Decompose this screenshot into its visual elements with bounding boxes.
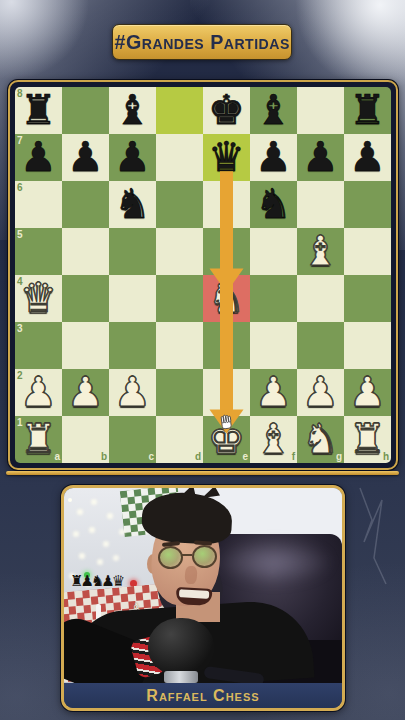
webcam-video: ♜♟♞♟♛ ♙ ♗ — [64, 488, 342, 683]
square-d4[interactable] — [156, 275, 203, 322]
square-e4[interactable]: ♞ — [203, 275, 250, 322]
chess-board[interactable]: 8♜♝♚♝♜7♟♟♟♛♟♟♟6♞♞5♝4♛♞32♟♟♟♟♟♟1a♜bcde♚f♝… — [15, 87, 391, 463]
channel-name: Raffael Chess — [146, 687, 259, 705]
square-a8[interactable]: 8♜ — [15, 87, 62, 134]
piece-white-queen[interactable]: ♛ — [15, 275, 62, 322]
webcam-caption-band: Raffael Chess — [64, 683, 342, 708]
square-h5[interactable] — [344, 228, 391, 275]
piece-black-knight[interactable]: ♞ — [109, 181, 156, 228]
piece-black-pawn[interactable]: ♟ — [15, 134, 62, 181]
piece-black-pawn[interactable]: ♟ — [62, 134, 109, 181]
spotlight-glow-left — [0, 0, 96, 86]
square-h1[interactable]: h♜ — [344, 416, 391, 463]
rank-label-5: 5 — [17, 230, 23, 240]
square-g6[interactable] — [297, 181, 344, 228]
background-chess-pieces-black: ♜♟♞♟♛ — [70, 572, 122, 590]
file-label-b: b — [101, 452, 107, 462]
piece-black-rook[interactable]: ♜ — [344, 87, 391, 134]
square-e3[interactable] — [203, 322, 250, 369]
piece-white-pawn[interactable]: ♟ — [250, 369, 297, 416]
file-label-c: c — [148, 452, 154, 462]
square-h2[interactable]: ♟ — [344, 369, 391, 416]
microphone-foam — [148, 618, 214, 676]
square-f3[interactable] — [250, 322, 297, 369]
square-c3[interactable] — [109, 322, 156, 369]
square-b4[interactable] — [62, 275, 109, 322]
page: #Grandes Partidas 8♜♝♚♝♜7♟♟♟♛♟♟♟6♞♞5♝4♛♞… — [0, 0, 405, 720]
glasses-left-lens — [158, 546, 183, 569]
square-g3[interactable] — [297, 322, 344, 369]
piece-black-pawn[interactable]: ♟ — [344, 134, 391, 181]
square-d5[interactable] — [156, 228, 203, 275]
piece-white-knight[interactable]: ♞ — [203, 275, 250, 322]
square-g2[interactable]: ♟ — [297, 369, 344, 416]
square-f2[interactable]: ♟ — [250, 369, 297, 416]
square-a1[interactable]: 1a♜ — [15, 416, 62, 463]
piece-black-pawn[interactable]: ♟ — [109, 134, 156, 181]
square-e8[interactable]: ♚ — [203, 87, 250, 134]
square-b5[interactable] — [62, 228, 109, 275]
square-a2[interactable]: 2♟ — [15, 369, 62, 416]
square-d6[interactable] — [156, 181, 203, 228]
square-b1[interactable]: b — [62, 416, 109, 463]
square-g4[interactable] — [297, 275, 344, 322]
square-g1[interactable]: g♞ — [297, 416, 344, 463]
board-bottom-gold-bar — [6, 471, 399, 475]
square-b6[interactable] — [62, 181, 109, 228]
square-c4[interactable] — [109, 275, 156, 322]
square-d8[interactable] — [156, 87, 203, 134]
piece-black-bishop[interactable]: ♝ — [109, 87, 156, 134]
piece-white-pawn[interactable]: ♟ — [297, 369, 344, 416]
string-lights — [68, 498, 72, 502]
title-text: #Grandes Partidas — [114, 30, 289, 54]
piece-black-rook[interactable]: ♜ — [15, 87, 62, 134]
square-e2[interactable] — [203, 369, 250, 416]
square-b2[interactable]: ♟ — [62, 369, 109, 416]
piece-white-rook[interactable]: ♜ — [15, 416, 62, 463]
chess-board-frame: 8♜♝♚♝♜7♟♟♟♛♟♟♟6♞♞5♝4♛♞32♟♟♟♟♟♟1a♜bcde♚f♝… — [8, 80, 398, 470]
square-a4[interactable]: 4♛ — [15, 275, 62, 322]
square-d1[interactable]: d — [156, 416, 203, 463]
piece-black-queen[interactable]: ♛ — [203, 134, 250, 181]
square-c6[interactable]: ♞ — [109, 181, 156, 228]
square-e5[interactable] — [203, 228, 250, 275]
square-a7[interactable]: 7♟ — [15, 134, 62, 181]
square-f7[interactable]: ♟ — [250, 134, 297, 181]
couch-highlight — [214, 538, 334, 586]
piece-white-pawn[interactable]: ♟ — [109, 369, 156, 416]
square-g8[interactable] — [297, 87, 344, 134]
square-b3[interactable] — [62, 322, 109, 369]
glasses-bridge — [182, 554, 192, 556]
glasses-right-lens — [192, 545, 217, 568]
piece-white-knight[interactable]: ♞ — [297, 416, 344, 463]
square-g5[interactable]: ♝ — [297, 228, 344, 275]
square-f6[interactable]: ♞ — [250, 181, 297, 228]
square-d7[interactable] — [156, 134, 203, 181]
teeth — [179, 589, 209, 599]
piece-white-king[interactable]: ♚ — [203, 416, 250, 463]
square-c8[interactable]: ♝ — [109, 87, 156, 134]
square-c5[interactable] — [109, 228, 156, 275]
piece-black-pawn[interactable]: ♟ — [250, 134, 297, 181]
square-h7[interactable]: ♟ — [344, 134, 391, 181]
piece-black-pawn[interactable]: ♟ — [297, 134, 344, 181]
square-h4[interactable] — [344, 275, 391, 322]
background-crack-line — [346, 484, 398, 594]
piece-black-king[interactable]: ♚ — [203, 87, 250, 134]
square-e7[interactable]: ♛ — [203, 134, 250, 181]
piece-black-knight[interactable]: ♞ — [250, 181, 297, 228]
square-h8[interactable]: ♜ — [344, 87, 391, 134]
piece-white-pawn[interactable]: ♟ — [15, 369, 62, 416]
square-f1[interactable]: f♝ — [250, 416, 297, 463]
square-f4[interactable] — [250, 275, 297, 322]
square-e1[interactable]: e♚ — [203, 416, 250, 463]
square-h6[interactable] — [344, 181, 391, 228]
square-c1[interactable]: c — [109, 416, 156, 463]
file-label-d: d — [195, 452, 201, 462]
webcam-frame: ♜♟♞♟♛ ♙ ♗ — [61, 485, 345, 711]
piece-black-bishop[interactable]: ♝ — [250, 87, 297, 134]
square-a5[interactable]: 5 — [15, 228, 62, 275]
square-c7[interactable]: ♟ — [109, 134, 156, 181]
rank-label-6: 6 — [17, 183, 23, 193]
square-g7[interactable]: ♟ — [297, 134, 344, 181]
square-a6[interactable]: 6 — [15, 181, 62, 228]
square-f8[interactable]: ♝ — [250, 87, 297, 134]
square-d3[interactable] — [156, 322, 203, 369]
piece-white-bishop[interactable]: ♝ — [250, 416, 297, 463]
microphone-handle — [164, 671, 198, 683]
square-b7[interactable]: ♟ — [62, 134, 109, 181]
piece-white-pawn[interactable]: ♟ — [62, 369, 109, 416]
square-c2[interactable]: ♟ — [109, 369, 156, 416]
square-h3[interactable] — [344, 322, 391, 369]
square-b8[interactable] — [62, 87, 109, 134]
square-e6[interactable] — [203, 181, 250, 228]
square-d2[interactable] — [156, 369, 203, 416]
piece-white-rook[interactable]: ♜ — [344, 416, 391, 463]
square-a3[interactable]: 3 — [15, 322, 62, 369]
square-f5[interactable] — [250, 228, 297, 275]
title-banner: #Grandes Partidas — [112, 24, 292, 60]
piece-white-bishop[interactable]: ♝ — [297, 228, 344, 275]
rank-label-3: 3 — [17, 324, 23, 334]
piece-white-pawn[interactable]: ♟ — [344, 369, 391, 416]
